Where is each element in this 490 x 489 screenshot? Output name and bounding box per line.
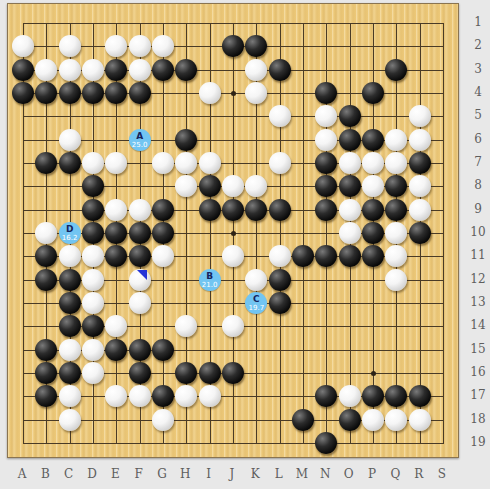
black-stone <box>152 222 174 244</box>
black-stone <box>409 385 431 407</box>
black-stone <box>339 409 361 431</box>
black-stone <box>222 199 244 221</box>
white-stone <box>339 152 361 174</box>
white-stone <box>59 409 81 431</box>
row-label-6: 6 <box>466 131 490 147</box>
black-stone <box>199 199 221 221</box>
white-stone <box>152 35 174 57</box>
white-stone <box>245 82 267 104</box>
white-stone <box>105 385 127 407</box>
black-stone <box>269 269 291 291</box>
white-stone <box>385 245 407 267</box>
col-label-Q: Q <box>387 466 403 482</box>
grid-line-vertical <box>280 23 281 444</box>
black-stone <box>35 362 57 384</box>
black-stone <box>245 35 267 57</box>
white-stone <box>409 175 431 197</box>
black-stone <box>315 82 337 104</box>
black-stone <box>82 199 104 221</box>
black-stone <box>222 35 244 57</box>
white-stone <box>105 152 127 174</box>
row-label-10: 10 <box>466 224 490 240</box>
col-label-I: I <box>201 466 217 482</box>
black-stone <box>315 199 337 221</box>
grid-line-vertical <box>303 23 304 444</box>
white-stone <box>222 175 244 197</box>
black-stone <box>315 385 337 407</box>
go-game-screen: A25.0B21.0C19.7D16.2 ABCDEFGHIJKLMNOPQRS… <box>0 0 490 489</box>
white-stone <box>222 315 244 337</box>
white-stone <box>35 59 57 81</box>
white-stone <box>175 175 197 197</box>
black-stone <box>175 362 197 384</box>
white-stone <box>385 269 407 291</box>
white-stone <box>152 245 174 267</box>
white-stone <box>269 105 291 127</box>
black-stone <box>82 315 104 337</box>
black-stone <box>12 82 34 104</box>
row-label-18: 18 <box>466 411 490 427</box>
white-stone <box>385 222 407 244</box>
black-stone <box>59 362 81 384</box>
white-stone <box>199 82 221 104</box>
white-stone <box>12 35 34 57</box>
white-stone <box>339 222 361 244</box>
col-label-G: G <box>154 466 170 482</box>
black-stone <box>245 199 267 221</box>
analysis-marker-b[interactable]: B21.0 <box>199 269 221 291</box>
white-stone <box>362 175 384 197</box>
white-stone <box>82 292 104 314</box>
white-stone <box>82 245 104 267</box>
black-stone <box>315 152 337 174</box>
white-stone <box>175 315 197 337</box>
star-point <box>371 371 376 376</box>
col-label-O: O <box>341 466 357 482</box>
black-stone <box>129 339 151 361</box>
white-stone <box>152 409 174 431</box>
black-stone <box>362 385 384 407</box>
black-stone <box>199 362 221 384</box>
black-stone <box>129 82 151 104</box>
marker-value: 21.0 <box>199 281 221 289</box>
col-label-A: A <box>14 466 30 482</box>
white-stone <box>59 129 81 151</box>
black-stone <box>105 245 127 267</box>
col-label-P: P <box>364 466 380 482</box>
col-label-K: K <box>247 466 263 482</box>
white-stone <box>82 59 104 81</box>
white-stone <box>82 152 104 174</box>
white-stone <box>409 409 431 431</box>
white-stone <box>59 35 81 57</box>
white-stone <box>129 35 151 57</box>
col-label-M: M <box>294 466 310 482</box>
black-stone <box>315 245 337 267</box>
col-label-E: E <box>107 466 123 482</box>
black-stone <box>269 59 291 81</box>
star-point <box>231 231 236 236</box>
black-stone <box>339 245 361 267</box>
black-stone <box>59 82 81 104</box>
white-stone <box>245 59 267 81</box>
black-stone <box>82 82 104 104</box>
col-label-B: B <box>37 466 53 482</box>
white-stone <box>129 385 151 407</box>
white-stone <box>199 152 221 174</box>
row-label-7: 7 <box>466 154 490 170</box>
black-stone <box>175 129 197 151</box>
marker-letter: D <box>59 224 81 234</box>
black-stone <box>269 199 291 221</box>
marker-letter: B <box>199 271 221 281</box>
white-stone <box>59 339 81 361</box>
white-stone <box>269 152 291 174</box>
row-label-11: 11 <box>466 247 490 263</box>
white-stone <box>245 175 267 197</box>
col-label-H: H <box>177 466 193 482</box>
black-stone <box>82 222 104 244</box>
black-stone <box>12 59 34 81</box>
white-stone <box>409 199 431 221</box>
black-stone <box>105 222 127 244</box>
row-label-9: 9 <box>466 201 490 217</box>
black-stone <box>339 105 361 127</box>
black-stone <box>59 152 81 174</box>
black-stone <box>292 409 314 431</box>
white-stone <box>339 385 361 407</box>
black-stone <box>105 339 127 361</box>
white-stone <box>315 129 337 151</box>
black-stone <box>199 175 221 197</box>
white-stone <box>269 245 291 267</box>
white-stone <box>409 129 431 151</box>
black-stone <box>339 129 361 151</box>
black-stone <box>315 432 337 454</box>
marker-value: 19.7 <box>245 304 267 312</box>
black-stone <box>105 82 127 104</box>
black-stone <box>59 315 81 337</box>
col-label-S: S <box>434 466 450 482</box>
white-stone <box>222 245 244 267</box>
row-label-17: 17 <box>466 387 490 403</box>
black-stone <box>292 245 314 267</box>
row-label-13: 13 <box>466 294 490 310</box>
analysis-marker-d[interactable]: D16.2 <box>59 222 81 244</box>
row-label-2: 2 <box>466 37 490 53</box>
star-point <box>231 91 236 96</box>
analysis-marker-a[interactable]: A25.0 <box>129 129 151 151</box>
row-label-5: 5 <box>466 107 490 123</box>
black-stone <box>362 82 384 104</box>
white-stone <box>59 385 81 407</box>
black-stone <box>129 245 151 267</box>
row-label-16: 16 <box>466 364 490 380</box>
black-stone <box>35 245 57 267</box>
white-stone <box>385 129 407 151</box>
white-stone <box>129 59 151 81</box>
col-label-R: R <box>411 466 427 482</box>
white-stone <box>362 152 384 174</box>
white-stone <box>35 222 57 244</box>
row-label-1: 1 <box>466 14 490 30</box>
last-move-triangle-marker <box>137 270 147 280</box>
col-label-L: L <box>271 466 287 482</box>
white-stone <box>245 269 267 291</box>
row-label-12: 12 <box>466 271 490 287</box>
col-label-D: D <box>84 466 100 482</box>
black-stone <box>362 199 384 221</box>
white-stone <box>409 105 431 127</box>
black-stone <box>152 199 174 221</box>
black-stone <box>152 59 174 81</box>
white-stone <box>129 199 151 221</box>
white-stone <box>105 315 127 337</box>
white-stone <box>59 59 81 81</box>
col-label-J: J <box>224 466 240 482</box>
row-label-14: 14 <box>466 317 490 333</box>
go-board[interactable]: A25.0B21.0C19.7D16.2 <box>7 3 459 458</box>
row-label-19: 19 <box>466 434 490 450</box>
black-stone <box>222 362 244 384</box>
row-label-8: 8 <box>466 177 490 193</box>
analysis-marker-c[interactable]: C19.7 <box>245 292 267 314</box>
grid-line-horizontal <box>23 443 444 444</box>
marker-value: 16.2 <box>59 234 81 242</box>
white-stone <box>175 152 197 174</box>
black-stone <box>409 222 431 244</box>
black-stone <box>385 59 407 81</box>
black-stone <box>385 175 407 197</box>
black-stone <box>35 269 57 291</box>
white-stone <box>82 362 104 384</box>
white-stone <box>105 35 127 57</box>
black-stone <box>35 152 57 174</box>
white-stone <box>362 409 384 431</box>
row-label-3: 3 <box>466 61 490 77</box>
black-stone <box>362 245 384 267</box>
black-stone <box>129 222 151 244</box>
white-stone <box>315 105 337 127</box>
col-label-C: C <box>61 466 77 482</box>
black-stone <box>269 292 291 314</box>
black-stone <box>59 292 81 314</box>
white-stone <box>175 385 197 407</box>
marker-letter: A <box>129 131 151 141</box>
black-stone <box>59 269 81 291</box>
black-stone <box>362 129 384 151</box>
black-stone <box>362 222 384 244</box>
black-stone <box>409 152 431 174</box>
black-stone <box>35 385 57 407</box>
black-stone <box>339 175 361 197</box>
white-stone <box>339 199 361 221</box>
black-stone <box>385 199 407 221</box>
black-stone <box>35 339 57 361</box>
black-stone <box>105 59 127 81</box>
black-stone <box>315 175 337 197</box>
white-stone <box>385 152 407 174</box>
black-stone <box>152 339 174 361</box>
white-stone <box>199 385 221 407</box>
black-stone <box>175 59 197 81</box>
white-stone <box>152 152 174 174</box>
white-stone <box>59 245 81 267</box>
row-label-4: 4 <box>466 84 490 100</box>
marker-value: 25.0 <box>129 141 151 149</box>
white-stone <box>82 269 104 291</box>
white-stone <box>105 199 127 221</box>
white-stone <box>385 409 407 431</box>
black-stone <box>385 385 407 407</box>
black-stone <box>82 175 104 197</box>
col-label-F: F <box>131 466 147 482</box>
white-stone <box>82 339 104 361</box>
white-stone <box>129 292 151 314</box>
col-label-N: N <box>317 466 333 482</box>
grid-line-vertical <box>443 23 444 444</box>
row-label-15: 15 <box>466 341 490 357</box>
black-stone <box>152 385 174 407</box>
black-stone <box>129 362 151 384</box>
black-stone <box>35 82 57 104</box>
marker-letter: C <box>245 294 267 304</box>
